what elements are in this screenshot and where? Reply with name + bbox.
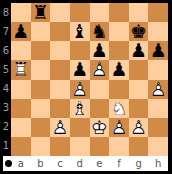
black-pawn: ♟ [148, 41, 168, 60]
square-e7[interactable]: ♞ [90, 22, 110, 41]
white-pawn: ♙ [148, 80, 168, 99]
square-c2[interactable]: ♟♙ [50, 118, 70, 137]
square-h7[interactable] [148, 22, 168, 41]
white-king: ♔ [90, 118, 110, 137]
rank-label-8: 8 [0, 3, 11, 22]
square-c4[interactable] [50, 80, 70, 99]
black-bishop: ♝ [70, 22, 90, 41]
white-pawn-fill: ♟ [70, 80, 90, 99]
square-b1[interactable] [31, 137, 51, 156]
square-a5[interactable]: ♜♖ [11, 60, 31, 79]
square-h6[interactable]: ♟ [148, 41, 168, 60]
square-d1[interactable] [70, 137, 90, 156]
square-a1[interactable] [11, 137, 31, 156]
white-pawn: ♙ [109, 118, 129, 137]
black-pawn: ♟ [109, 60, 129, 79]
square-d4[interactable]: ♟♙ [70, 80, 90, 99]
square-a2[interactable] [11, 118, 31, 137]
white-pawn-fill: ♟ [109, 118, 129, 137]
square-h8[interactable] [148, 3, 168, 22]
white-pawn: ♙ [50, 118, 70, 137]
square-f5[interactable]: ♟ [109, 60, 129, 79]
square-c5[interactable] [50, 60, 70, 79]
file-label-e: e [90, 156, 110, 171]
rank-labels: 87654321 [0, 3, 11, 156]
black-rook: ♜ [31, 3, 51, 22]
square-d3[interactable]: ♝♗ [70, 99, 90, 118]
white-pawn-fill: ♟ [148, 80, 168, 99]
chess-board: ♜♟♝♞♚♟♟♟♜♖♟♟♙♟♟♙♟♙♝♗♞♘♟♙♚♔♟♙♟♙ [11, 3, 168, 156]
square-f6[interactable] [109, 41, 129, 60]
square-c6[interactable] [50, 41, 70, 60]
white-rook-fill: ♜ [11, 60, 31, 79]
chess-diagram: 87654321 ♜♟♝♞♚♟♟♟♜♖♟♟♙♟♟♙♟♙♝♗♞♘♟♙♚♔♟♙♟♙ … [0, 0, 172, 174]
square-g3[interactable] [129, 99, 149, 118]
square-h2[interactable] [148, 118, 168, 137]
square-g8[interactable] [129, 3, 149, 22]
rank-label-7: 7 [0, 22, 11, 41]
file-label-h: h [148, 156, 168, 171]
white-pawn: ♙ [129, 118, 149, 137]
white-bishop-fill: ♝ [70, 99, 90, 118]
square-c3[interactable] [50, 99, 70, 118]
square-a6[interactable] [11, 41, 31, 60]
square-b4[interactable] [31, 80, 51, 99]
square-a7[interactable]: ♟ [11, 22, 31, 41]
rank-label-3: 3 [0, 99, 11, 118]
square-e4[interactable] [90, 80, 110, 99]
square-b2[interactable] [31, 118, 51, 137]
square-b6[interactable] [31, 41, 51, 60]
white-rook: ♖ [11, 60, 31, 79]
square-f8[interactable] [109, 3, 129, 22]
black-pawn: ♟ [90, 41, 110, 60]
white-pawn: ♙ [90, 60, 110, 79]
rank-label-4: 4 [0, 80, 11, 99]
square-e6[interactable]: ♟ [90, 41, 110, 60]
file-label-g: g [129, 156, 149, 171]
square-c1[interactable] [50, 137, 70, 156]
square-e3[interactable] [90, 99, 110, 118]
square-b8[interactable]: ♜ [31, 3, 51, 22]
square-c7[interactable] [50, 22, 70, 41]
rank-label-2: 2 [0, 118, 11, 137]
square-b7[interactable] [31, 22, 51, 41]
square-g7[interactable]: ♚ [129, 22, 149, 41]
square-d5[interactable]: ♟ [70, 60, 90, 79]
file-label-c: c [50, 156, 70, 171]
square-h3[interactable] [148, 99, 168, 118]
square-h5[interactable] [148, 60, 168, 79]
black-pawn: ♟ [70, 60, 90, 79]
square-e8[interactable] [90, 3, 110, 22]
square-d2[interactable] [70, 118, 90, 137]
square-h1[interactable] [148, 137, 168, 156]
rank-label-6: 6 [0, 41, 11, 60]
square-g2[interactable]: ♟♙ [129, 118, 149, 137]
file-label-a: a [11, 156, 31, 171]
square-h4[interactable]: ♟♙ [148, 80, 168, 99]
white-pawn-fill: ♟ [129, 118, 149, 137]
white-pawn-fill: ♟ [90, 60, 110, 79]
square-a4[interactable] [11, 80, 31, 99]
white-bishop: ♗ [70, 99, 90, 118]
square-e5[interactable]: ♟♙ [90, 60, 110, 79]
white-pawn-fill: ♟ [50, 118, 70, 137]
square-b3[interactable] [31, 99, 51, 118]
square-b5[interactable] [31, 60, 51, 79]
square-a3[interactable] [11, 99, 31, 118]
square-f2[interactable]: ♟♙ [109, 118, 129, 137]
square-g1[interactable] [129, 137, 149, 156]
square-f3[interactable]: ♞♘ [109, 99, 129, 118]
black-knight: ♞ [90, 22, 110, 41]
file-label-d: d [70, 156, 90, 171]
bottom-label-strip: abcdefgh [3, 156, 168, 171]
file-labels: abcdefgh [11, 156, 168, 171]
rank-label-5: 5 [0, 60, 11, 79]
square-f7[interactable] [109, 22, 129, 41]
square-e2[interactable]: ♚♔ [90, 118, 110, 137]
white-pawn: ♙ [70, 80, 90, 99]
white-knight-fill: ♞ [109, 99, 129, 118]
file-label-b: b [31, 156, 51, 171]
square-c8[interactable] [50, 3, 70, 22]
square-g6[interactable]: ♟ [129, 41, 149, 60]
square-f4[interactable] [109, 80, 129, 99]
square-d6[interactable] [70, 41, 90, 60]
square-d7[interactable]: ♝ [70, 22, 90, 41]
square-e1[interactable] [90, 137, 110, 156]
square-g5[interactable] [129, 60, 149, 79]
black-pawn: ♟ [11, 22, 31, 41]
square-f1[interactable] [109, 137, 129, 156]
square-a8[interactable] [11, 3, 31, 22]
square-d8[interactable] [70, 3, 90, 22]
black-pawn: ♟ [129, 41, 149, 60]
black-king: ♚ [129, 22, 149, 41]
white-king-fill: ♚ [90, 118, 110, 137]
white-knight: ♘ [109, 99, 129, 118]
rank-label-1: 1 [0, 137, 11, 156]
square-g4[interactable] [129, 80, 149, 99]
file-label-f: f [109, 156, 129, 171]
